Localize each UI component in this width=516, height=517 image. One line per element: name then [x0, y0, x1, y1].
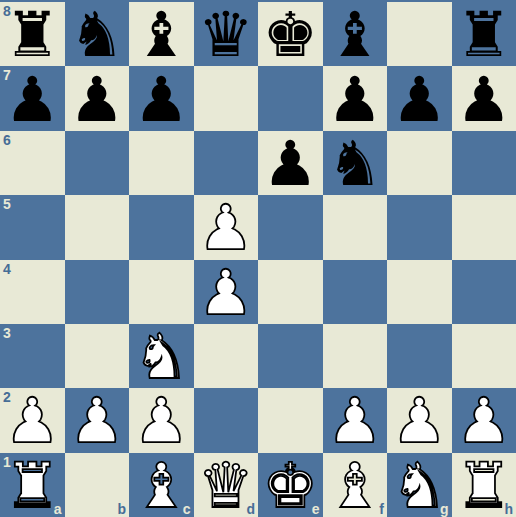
rank-label-4: 4	[3, 262, 11, 276]
piece-black-pawn[interactable]: ♟	[69, 69, 125, 131]
square-g4[interactable]	[387, 260, 452, 324]
square-b5[interactable]	[65, 195, 130, 259]
square-c7[interactable]: ♟	[129, 66, 194, 130]
piece-black-pawn[interactable]: ♟	[327, 69, 383, 131]
square-f6[interactable]: ♞	[323, 131, 388, 195]
square-a7[interactable]: 7♟	[0, 66, 65, 130]
square-a8[interactable]: 8♜	[0, 2, 65, 66]
piece-black-pawn[interactable]: ♟	[391, 69, 447, 131]
square-d7[interactable]	[194, 66, 259, 130]
square-f4[interactable]	[323, 260, 388, 324]
square-e5[interactable]	[258, 195, 323, 259]
square-d6[interactable]	[194, 131, 259, 195]
square-e3[interactable]	[258, 324, 323, 388]
square-a4[interactable]: 4	[0, 260, 65, 324]
piece-white-king[interactable]: ♚	[262, 455, 318, 517]
square-b7[interactable]: ♟	[65, 66, 130, 130]
square-h8[interactable]: ♜	[452, 2, 516, 66]
rank-label-5: 5	[3, 197, 11, 211]
square-e7[interactable]	[258, 66, 323, 130]
rank-label-6: 6	[3, 133, 11, 147]
piece-black-rook[interactable]: ♜	[4, 4, 60, 66]
square-h5[interactable]	[452, 195, 516, 259]
square-c6[interactable]	[129, 131, 194, 195]
square-c5[interactable]	[129, 195, 194, 259]
square-a1[interactable]: 1a♜	[0, 453, 65, 517]
square-b8[interactable]: ♞	[65, 2, 130, 66]
piece-black-knight[interactable]: ♞	[327, 133, 383, 195]
square-a5[interactable]: 5	[0, 195, 65, 259]
piece-white-knight[interactable]: ♞	[133, 326, 189, 388]
square-f8[interactable]: ♝	[323, 2, 388, 66]
square-e4[interactable]	[258, 260, 323, 324]
square-c2[interactable]: ♟	[129, 388, 194, 452]
square-d8[interactable]: ♛	[194, 2, 259, 66]
piece-white-bishop[interactable]: ♝	[327, 455, 383, 517]
piece-black-pawn[interactable]: ♟	[262, 133, 318, 195]
square-a3[interactable]: 3	[0, 324, 65, 388]
piece-white-bishop[interactable]: ♝	[133, 455, 189, 517]
piece-white-pawn[interactable]: ♟	[4, 390, 60, 452]
piece-black-pawn[interactable]: ♟	[133, 69, 189, 131]
piece-white-pawn[interactable]: ♟	[198, 197, 254, 259]
square-g1[interactable]: g♞	[387, 453, 452, 517]
square-d2[interactable]	[194, 388, 259, 452]
square-b6[interactable]	[65, 131, 130, 195]
piece-black-queen[interactable]: ♛	[198, 4, 254, 66]
square-g3[interactable]	[387, 324, 452, 388]
square-h4[interactable]	[452, 260, 516, 324]
square-a2[interactable]: 2♟	[0, 388, 65, 452]
square-g8[interactable]	[387, 2, 452, 66]
square-g5[interactable]	[387, 195, 452, 259]
piece-white-pawn[interactable]: ♟	[391, 390, 447, 452]
piece-white-pawn[interactable]: ♟	[327, 390, 383, 452]
square-c3[interactable]: ♞	[129, 324, 194, 388]
piece-black-king[interactable]: ♚	[262, 4, 318, 66]
piece-white-queen[interactable]: ♛	[198, 455, 254, 517]
square-d3[interactable]	[194, 324, 259, 388]
square-c8[interactable]: ♝	[129, 2, 194, 66]
square-e6[interactable]: ♟	[258, 131, 323, 195]
square-f3[interactable]	[323, 324, 388, 388]
file-label-b: b	[117, 502, 126, 516]
square-a6[interactable]: 6	[0, 131, 65, 195]
square-b1[interactable]: b	[65, 453, 130, 517]
square-h1[interactable]: h♜	[452, 453, 516, 517]
square-d1[interactable]: d♛	[194, 453, 259, 517]
piece-black-bishop[interactable]: ♝	[133, 4, 189, 66]
square-g2[interactable]: ♟	[387, 388, 452, 452]
piece-white-rook[interactable]: ♜	[456, 455, 512, 517]
piece-white-pawn[interactable]: ♟	[133, 390, 189, 452]
square-d4[interactable]: ♟	[194, 260, 259, 324]
square-g6[interactable]	[387, 131, 452, 195]
square-c4[interactable]	[129, 260, 194, 324]
square-h6[interactable]	[452, 131, 516, 195]
piece-black-pawn[interactable]: ♟	[4, 69, 60, 131]
square-h7[interactable]: ♟	[452, 66, 516, 130]
square-c1[interactable]: c♝	[129, 453, 194, 517]
piece-white-pawn[interactable]: ♟	[198, 262, 254, 324]
square-b4[interactable]	[65, 260, 130, 324]
piece-white-pawn[interactable]: ♟	[456, 390, 512, 452]
square-h2[interactable]: ♟	[452, 388, 516, 452]
rank-label-3: 3	[3, 326, 11, 340]
piece-black-knight[interactable]: ♞	[69, 4, 125, 66]
piece-black-rook[interactable]: ♜	[456, 4, 512, 66]
piece-black-pawn[interactable]: ♟	[456, 69, 512, 131]
square-b2[interactable]: ♟	[65, 388, 130, 452]
square-f5[interactable]	[323, 195, 388, 259]
square-g7[interactable]: ♟	[387, 66, 452, 130]
square-h3[interactable]	[452, 324, 516, 388]
piece-black-bishop[interactable]: ♝	[327, 4, 383, 66]
square-e1[interactable]: e♚	[258, 453, 323, 517]
chess-board[interactable]: 8♜♞♝♛♚♝♜7♟♟♟♟♟♟6♟♞5♟4♟3♞2♟♟♟♟♟♟1a♜bc♝d♛e…	[0, 2, 516, 517]
square-b3[interactable]	[65, 324, 130, 388]
square-f2[interactable]: ♟	[323, 388, 388, 452]
square-f7[interactable]: ♟	[323, 66, 388, 130]
piece-white-knight[interactable]: ♞	[391, 455, 447, 517]
piece-white-pawn[interactable]: ♟	[69, 390, 125, 452]
square-d5[interactable]: ♟	[194, 195, 259, 259]
square-e2[interactable]	[258, 388, 323, 452]
piece-white-rook[interactable]: ♜	[4, 455, 60, 517]
square-f1[interactable]: f♝	[323, 453, 388, 517]
square-e8[interactable]: ♚	[258, 2, 323, 66]
